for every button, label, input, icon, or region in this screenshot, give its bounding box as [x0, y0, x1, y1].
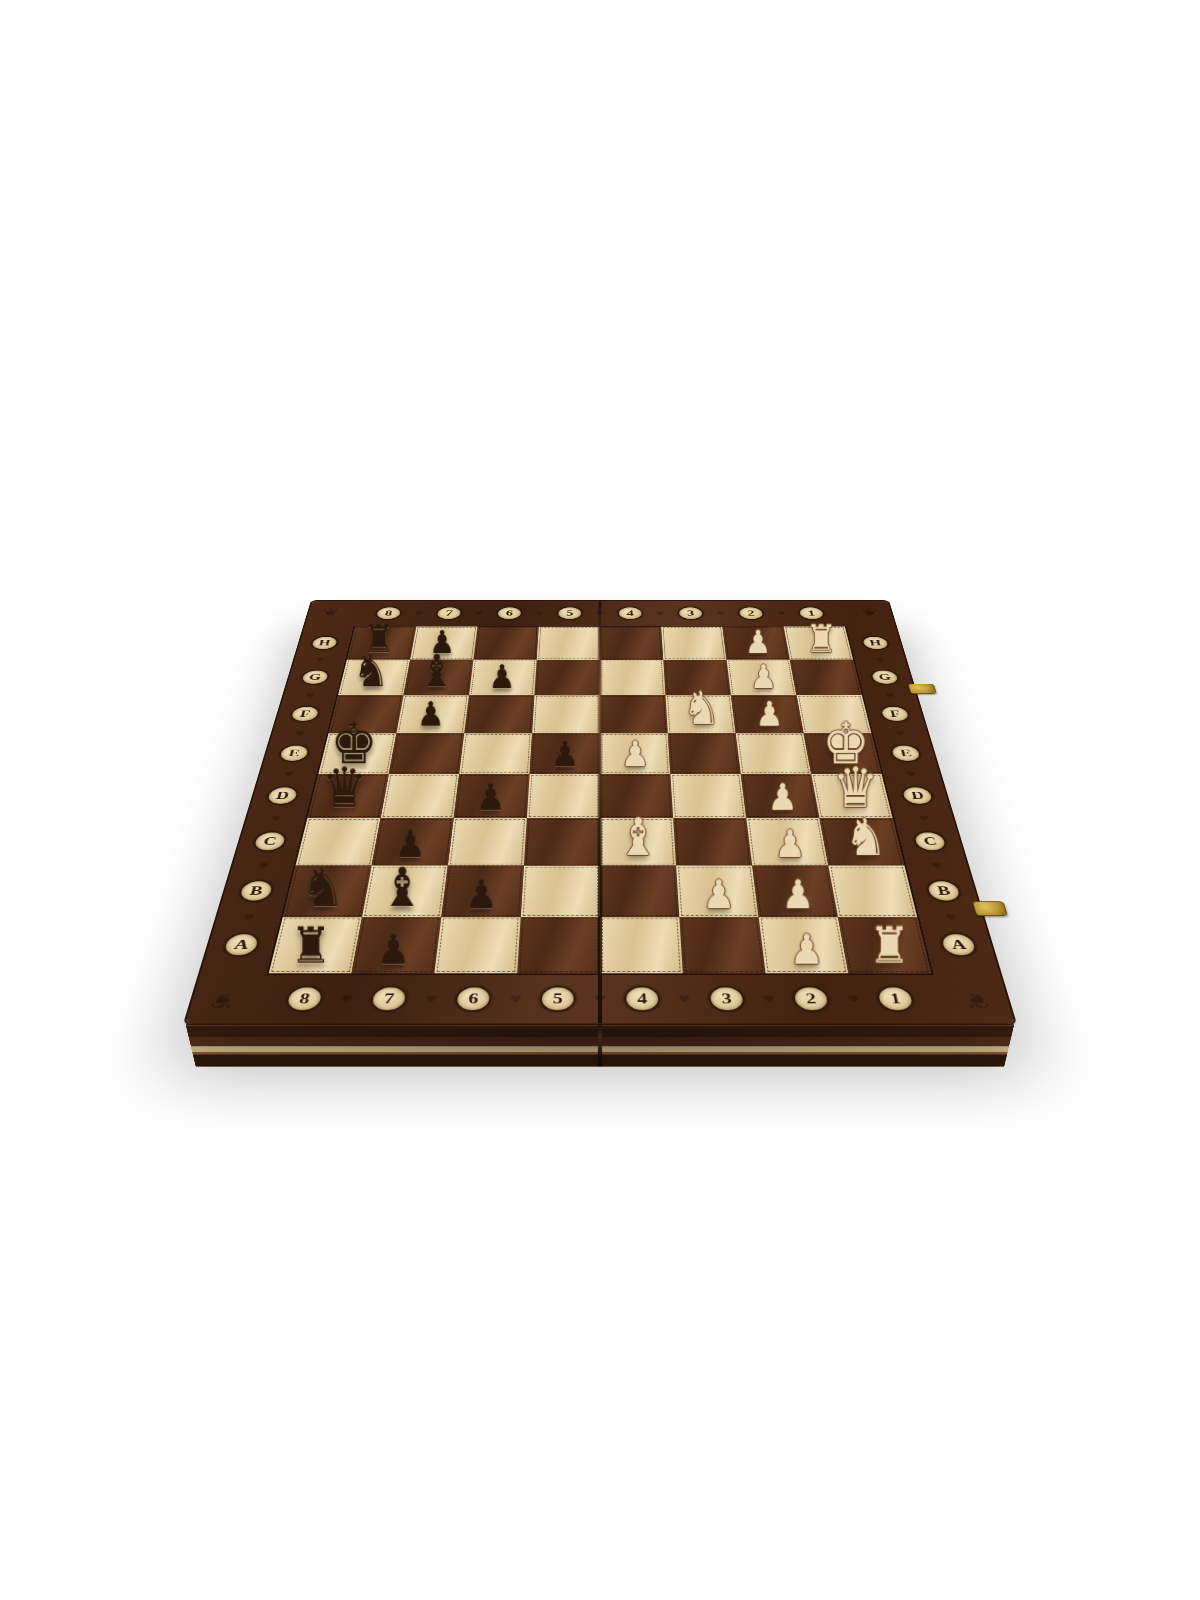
- black-knight-b8: ♞: [301, 861, 345, 914]
- rank-label-1: 1: [875, 986, 917, 1012]
- square-c6: [448, 818, 527, 866]
- white-pawn-c2: ♟: [774, 825, 806, 863]
- square-e7: [389, 733, 464, 774]
- rank-label-3: 3: [677, 607, 704, 620]
- square-e3: [668, 733, 741, 774]
- white-bishop-c4: ♝: [617, 812, 660, 863]
- square-d3: [670, 774, 746, 818]
- file-label-c: C: [251, 831, 288, 851]
- rank-label-7: 7: [435, 607, 463, 620]
- square-a6: [434, 917, 520, 973]
- border-decor-icon: ♥: [828, 993, 879, 1004]
- border-decor-icon: ♥: [406, 993, 456, 1004]
- square-d5: [527, 774, 600, 818]
- square-g8: ♞: [338, 660, 410, 695]
- square-c4: ♝: [600, 818, 676, 866]
- border-decor-icon: ♥: [461, 610, 496, 616]
- brass-clasp-icon: [908, 684, 937, 694]
- square-h5: [537, 627, 600, 660]
- square-b8: ♞: [283, 866, 372, 918]
- border-decor-icon: ♥: [313, 650, 328, 670]
- square-a7: ♟: [352, 917, 442, 973]
- border-decor-icon: ♥: [744, 993, 794, 1004]
- black-pawn-e5: ♟: [550, 737, 579, 772]
- square-f2: ♟: [731, 695, 804, 733]
- square-d7: [381, 774, 460, 818]
- border-decor-icon: ♥: [321, 993, 372, 1004]
- rank-label-8: 8: [284, 986, 326, 1012]
- square-g1: [790, 660, 862, 695]
- file-label-d: D: [265, 786, 301, 805]
- white-pawn-d2: ♟: [767, 779, 797, 816]
- rank-label-4: 4: [624, 986, 661, 1012]
- rank-label-6: 6: [454, 986, 492, 1012]
- square-f3: ♞: [665, 695, 735, 733]
- square-d8: ♛: [307, 774, 388, 818]
- square-g4: [600, 660, 665, 695]
- black-pawn-f7: ♟: [417, 697, 445, 731]
- rank-label-6: 6: [496, 607, 523, 620]
- white-pawn-g2: ♟: [750, 661, 777, 694]
- square-c3: [673, 818, 752, 866]
- corner-ornament-icon: ❦: [859, 606, 879, 618]
- square-d6: ♟: [454, 774, 530, 818]
- square-b7: ♝: [362, 866, 448, 918]
- file-label-e: E: [889, 745, 923, 762]
- square-h4: [600, 627, 663, 660]
- border-decor-icon: ♥: [927, 852, 946, 880]
- black-pawn-d6: ♟: [475, 779, 505, 816]
- rank-label-3: 3: [708, 986, 746, 1012]
- border-decor-icon: ♥: [703, 610, 738, 616]
- border-decor-icon: ♥: [522, 610, 557, 616]
- white-rook-h1: ♜: [805, 620, 837, 658]
- square-f7: ♟: [396, 695, 469, 733]
- black-bishop-g7: ♝: [418, 649, 455, 693]
- white-rook-a1: ♜: [868, 920, 910, 970]
- border-decor-icon: ♥: [267, 805, 285, 831]
- black-rook-a8: ♜: [290, 920, 332, 970]
- square-b2: ♟: [752, 866, 838, 918]
- square-b1: [828, 866, 917, 918]
- rank-label-7: 7: [369, 986, 409, 1012]
- square-h2: ♟: [722, 627, 789, 660]
- white-pawn-b2: ♟: [781, 875, 814, 915]
- rank-label-5: 5: [557, 607, 583, 620]
- square-f4: [600, 695, 668, 733]
- square-b4: [600, 866, 679, 918]
- border-decor-icon: ♥: [882, 685, 897, 706]
- file-label-f: F: [879, 706, 912, 722]
- file-label-a: A: [221, 933, 262, 957]
- file-label-a: A: [938, 933, 979, 957]
- file-label-d: D: [900, 786, 936, 805]
- chess-set-photo: ❦ ❦ ❦ ❦ 8♥7♥6♥5♥4♥3♥2♥1 8♥7♥6♥5♥4♥3♥2♥1 …: [214, 388, 986, 1160]
- white-pawn-b3: ♟: [702, 875, 735, 915]
- border-decor-icon: ♥: [892, 722, 908, 745]
- square-g6: ♟: [469, 660, 537, 695]
- file-label-e: E: [277, 745, 311, 762]
- border-decor-icon: ♥: [873, 650, 888, 670]
- white-knight-c1: ♞: [845, 812, 888, 863]
- black-pawn-g6: ♟: [488, 661, 515, 694]
- border-decor-icon: ♥: [903, 762, 920, 786]
- square-e5: ♟: [530, 733, 600, 774]
- square-a8: ♜: [269, 917, 362, 973]
- fold-seam: [598, 601, 602, 1024]
- square-h1: ♜: [784, 627, 853, 660]
- border-decor-icon: ♥: [643, 610, 678, 616]
- black-queen-d8: ♛: [321, 760, 367, 815]
- black-pawn-b6: ♟: [465, 875, 498, 915]
- square-c5: [524, 818, 600, 866]
- black-bishop-b7: ♝: [380, 861, 424, 914]
- square-c2: ♟: [746, 818, 828, 866]
- white-pawn-e4: ♟: [621, 737, 650, 772]
- brass-clasp-icon: [972, 901, 1008, 916]
- square-e6: [459, 733, 532, 774]
- file-label-g: G: [299, 670, 331, 685]
- square-b6: ♟: [441, 866, 524, 918]
- file-label-g: G: [869, 670, 901, 685]
- border-decor-icon: ♥: [280, 762, 297, 786]
- square-a4: [600, 917, 683, 973]
- corner-ornament-icon: ❦: [963, 990, 992, 1013]
- rank-label-4: 4: [617, 607, 643, 620]
- square-e4: ♟: [600, 733, 670, 774]
- file-label-b: B: [237, 880, 276, 902]
- border-decor-icon: ♥: [239, 902, 259, 933]
- white-pawn-h2: ♟: [745, 626, 771, 658]
- border-decor-icon: ♥: [491, 993, 540, 1004]
- file-label-h: H: [860, 636, 890, 650]
- white-pawn-a2: ♟: [789, 929, 823, 970]
- border-decor-icon: ♥: [660, 993, 709, 1004]
- file-label-h: H: [309, 636, 339, 650]
- border-decor-icon: ♥: [941, 902, 961, 933]
- file-label-b: B: [924, 880, 963, 902]
- square-a5: [517, 917, 600, 973]
- border-decor-icon: ♥: [583, 610, 618, 616]
- square-g2: ♟: [727, 660, 797, 695]
- square-a2: ♟: [759, 917, 849, 973]
- file-label-c: C: [912, 831, 949, 851]
- white-pawn-f2: ♟: [755, 697, 783, 731]
- border-decor-icon: ♥: [915, 805, 933, 831]
- square-b3: ♟: [676, 866, 759, 918]
- square-e2: [736, 733, 811, 774]
- rank-label-5: 5: [539, 986, 576, 1012]
- square-d2: ♟: [741, 774, 820, 818]
- black-knight-g8: ♞: [353, 649, 390, 693]
- rank-label-2: 2: [791, 986, 831, 1012]
- rank-label-2: 2: [737, 607, 765, 620]
- square-c1: ♞: [819, 818, 904, 866]
- square-h3: [661, 627, 726, 660]
- square-a3: [679, 917, 765, 973]
- corner-ornament-icon: ❦: [208, 990, 237, 1013]
- square-b5: [521, 866, 600, 918]
- square-f5: [532, 695, 600, 733]
- square-g7: ♝: [404, 660, 474, 695]
- border-decor-icon: ♥: [763, 610, 799, 616]
- file-label-f: F: [289, 706, 322, 722]
- border-decor-icon: ♥: [302, 685, 317, 706]
- square-a1: ♜: [838, 917, 931, 973]
- border-decor-icon: ♥: [292, 722, 308, 745]
- folding-chess-board: ❦ ❦ ❦ ❦ 8♥7♥6♥5♥4♥3♥2♥1 8♥7♥6♥5♥4♥3♥2♥1 …: [185, 601, 1014, 1024]
- square-h6: [473, 627, 538, 660]
- perspective-wrapper: ❦ ❦ ❦ ❦ 8♥7♥6♥5♥4♥3♥2♥1 8♥7♥6♥5♥4♥3♥2♥1 …: [185, 601, 1014, 1024]
- border-decor-icon: ♥: [254, 852, 273, 880]
- white-knight-f3: ♞: [683, 685, 721, 731]
- square-f6: [464, 695, 534, 733]
- corner-ornament-icon: ❦: [321, 606, 341, 618]
- square-g5: [535, 660, 600, 695]
- black-pawn-a7: ♟: [376, 929, 410, 970]
- border-decor-icon: ♥: [401, 610, 437, 616]
